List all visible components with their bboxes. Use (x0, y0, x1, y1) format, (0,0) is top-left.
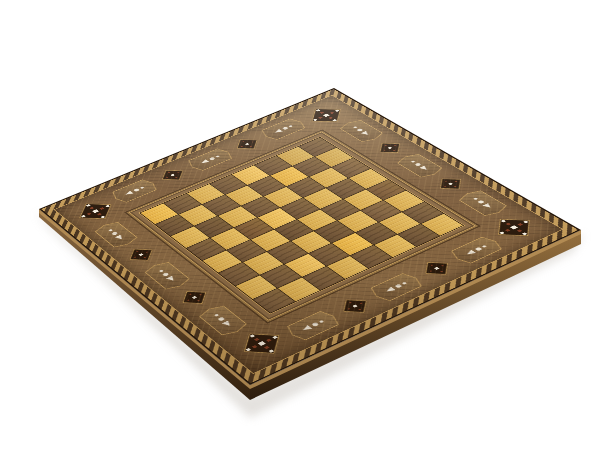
diamond-mosaic-motif (156, 166, 190, 184)
diamond-mosaic-motif (372, 139, 408, 157)
diamond-mosaic-motif (417, 257, 457, 279)
diamond-mosaic-motif (230, 136, 264, 153)
pearl-inlay-panel (456, 189, 510, 218)
diamond-mosaic-motif (175, 286, 213, 308)
chess-board-photo (0, 0, 600, 450)
pearl-inlay-panel (92, 220, 139, 249)
hex-panel (395, 153, 444, 179)
pearl-inlay-panel (196, 303, 249, 337)
hex-panel (338, 119, 384, 143)
pearl-inlay-panel (185, 147, 236, 172)
pearl-inlay-panel (109, 178, 161, 204)
hex-panel (94, 221, 139, 249)
hex-panel (198, 304, 249, 337)
pearl-inlay-panel (337, 118, 385, 143)
diamond-mosaic-motif (123, 244, 159, 265)
pearl-inlay-panel (447, 235, 505, 265)
pearl-inlay-panel (394, 152, 445, 179)
pearl-inlay-panel (283, 309, 343, 342)
diamond-mosaic-motif (335, 295, 375, 318)
pearl-inlay-panel (258, 117, 309, 141)
pearl-inlay-panel (367, 271, 426, 303)
hex-panel (143, 261, 191, 291)
pearl-inlay-panel (142, 260, 192, 291)
diamond-mosaic-motif (432, 174, 470, 193)
